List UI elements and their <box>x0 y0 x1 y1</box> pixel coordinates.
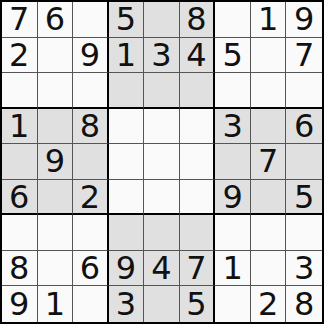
cell-r9c5[interactable] <box>144 286 180 322</box>
cell-r2c8[interactable] <box>251 38 287 74</box>
cell-r8c2[interactable] <box>38 251 74 287</box>
cell-r6c2[interactable] <box>38 180 74 216</box>
cell-r2c6[interactable]: 4 <box>180 38 216 74</box>
cell-r4c3[interactable]: 8 <box>73 109 109 145</box>
cell-r2c7[interactable]: 5 <box>215 38 251 74</box>
cell-r9c9[interactable]: 8 <box>286 286 322 322</box>
cell-r8c5[interactable]: 4 <box>144 251 180 287</box>
cell-r5c4[interactable] <box>109 144 145 180</box>
cell-r5c2[interactable]: 9 <box>38 144 74 180</box>
cell-r1c5[interactable] <box>144 2 180 38</box>
cell-r3c1[interactable] <box>2 73 38 109</box>
cell-r5c3[interactable] <box>73 144 109 180</box>
cell-r9c2[interactable]: 1 <box>38 286 74 322</box>
cell-r4c5[interactable] <box>144 109 180 145</box>
cell-r6c4[interactable] <box>109 180 145 216</box>
cell-r2c5[interactable]: 3 <box>144 38 180 74</box>
cell-r9c7[interactable] <box>215 286 251 322</box>
cell-r3c9[interactable] <box>286 73 322 109</box>
cell-r7c7[interactable] <box>215 215 251 251</box>
cell-r3c5[interactable] <box>144 73 180 109</box>
cell-r5c6[interactable] <box>180 144 216 180</box>
cell-r7c5[interactable] <box>144 215 180 251</box>
cell-r5c8[interactable]: 7 <box>251 144 287 180</box>
cell-r1c1[interactable]: 7 <box>2 2 38 38</box>
cell-r9c1[interactable]: 9 <box>2 286 38 322</box>
cell-r3c6[interactable] <box>180 73 216 109</box>
cell-r7c8[interactable] <box>251 215 287 251</box>
cell-r6c8[interactable] <box>251 180 287 216</box>
cell-r1c2[interactable]: 6 <box>38 2 74 38</box>
cell-r8c1[interactable]: 8 <box>2 251 38 287</box>
cell-r6c9[interactable]: 5 <box>286 180 322 216</box>
cell-r1c3[interactable] <box>73 2 109 38</box>
cell-r4c4[interactable] <box>109 109 145 145</box>
cell-r2c9[interactable]: 7 <box>286 38 322 74</box>
cell-r4c2[interactable] <box>38 109 74 145</box>
cell-r7c6[interactable] <box>180 215 216 251</box>
cell-r6c1[interactable]: 6 <box>2 180 38 216</box>
cell-r8c6[interactable]: 7 <box>180 251 216 287</box>
cell-r7c1[interactable] <box>2 215 38 251</box>
cell-r7c4[interactable] <box>109 215 145 251</box>
cell-r1c7[interactable] <box>215 2 251 38</box>
cell-r2c2[interactable] <box>38 38 74 74</box>
cell-r3c4[interactable] <box>109 73 145 109</box>
cell-r3c3[interactable] <box>73 73 109 109</box>
cell-r8c8[interactable] <box>251 251 287 287</box>
cell-r1c4[interactable]: 5 <box>109 2 145 38</box>
cell-r1c8[interactable]: 1 <box>251 2 287 38</box>
cell-r5c9[interactable] <box>286 144 322 180</box>
cell-r7c3[interactable] <box>73 215 109 251</box>
cell-r6c3[interactable]: 2 <box>73 180 109 216</box>
cell-r4c9[interactable]: 6 <box>286 109 322 145</box>
cell-r3c7[interactable] <box>215 73 251 109</box>
cell-r3c8[interactable] <box>251 73 287 109</box>
cell-r4c6[interactable] <box>180 109 216 145</box>
cell-r4c7[interactable]: 3 <box>215 109 251 145</box>
cell-r6c6[interactable] <box>180 180 216 216</box>
cell-r8c4[interactable]: 9 <box>109 251 145 287</box>
cell-r2c1[interactable]: 2 <box>2 38 38 74</box>
cell-r7c2[interactable] <box>38 215 74 251</box>
cell-r8c9[interactable]: 3 <box>286 251 322 287</box>
cell-r2c4[interactable]: 1 <box>109 38 145 74</box>
cell-r9c4[interactable]: 3 <box>109 286 145 322</box>
cell-r6c7[interactable]: 9 <box>215 180 251 216</box>
cell-r3c2[interactable] <box>38 73 74 109</box>
cell-r8c7[interactable]: 1 <box>215 251 251 287</box>
cell-r9c6[interactable]: 5 <box>180 286 216 322</box>
cell-r8c3[interactable]: 6 <box>73 251 109 287</box>
cell-r5c7[interactable] <box>215 144 251 180</box>
cell-r4c8[interactable] <box>251 109 287 145</box>
cell-r5c5[interactable] <box>144 144 180 180</box>
cell-r9c8[interactable]: 2 <box>251 286 287 322</box>
cell-r5c1[interactable] <box>2 144 38 180</box>
cell-r1c6[interactable]: 8 <box>180 2 216 38</box>
cell-r4c1[interactable]: 1 <box>2 109 38 145</box>
cell-r7c9[interactable] <box>286 215 322 251</box>
cell-r6c5[interactable] <box>144 180 180 216</box>
cell-r2c3[interactable]: 9 <box>73 38 109 74</box>
cell-r1c9[interactable]: 9 <box>286 2 322 38</box>
sudoku-board: 765819291345718369762958694713913528 <box>0 0 324 324</box>
cell-r9c3[interactable] <box>73 286 109 322</box>
